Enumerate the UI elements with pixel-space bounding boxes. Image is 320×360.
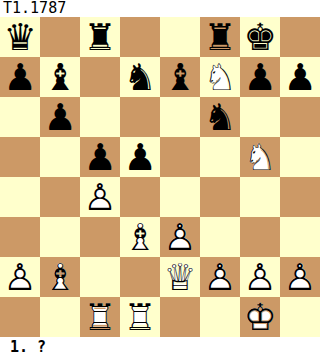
piece-black-bishop: ♝ bbox=[40, 57, 80, 97]
tactics-trainer-window: T1.1787 ♛♜♜♚♟♝♞♝♞♘♟♟♟♞♟♟♞♘♟♙♝♗♟♙♟♙♝♗♛♕♟♙… bbox=[0, 0, 320, 360]
piece-white-pawn: ♟♙ bbox=[280, 257, 320, 297]
square-f2[interactable]: ♟♙ bbox=[200, 257, 240, 297]
piece-white-knight: ♞♘ bbox=[240, 137, 280, 177]
square-d3[interactable]: ♝♗ bbox=[120, 217, 160, 257]
piece-outline: ♕ bbox=[160, 257, 200, 297]
piece-black-king: ♚ bbox=[240, 17, 280, 57]
piece-black-pawn: ♟ bbox=[40, 97, 80, 137]
square-h1[interactable] bbox=[280, 297, 320, 337]
square-b3[interactable] bbox=[40, 217, 80, 257]
square-a4[interactable] bbox=[0, 177, 40, 217]
piece-black-pawn: ♟ bbox=[80, 137, 120, 177]
square-a1[interactable] bbox=[0, 297, 40, 337]
square-c5[interactable]: ♟ bbox=[80, 137, 120, 177]
square-c7[interactable] bbox=[80, 57, 120, 97]
square-b8[interactable] bbox=[40, 17, 80, 57]
square-c3[interactable] bbox=[80, 217, 120, 257]
square-c4[interactable]: ♟♙ bbox=[80, 177, 120, 217]
piece-outline: ♙ bbox=[160, 217, 200, 257]
square-g1[interactable]: ♚♔ bbox=[240, 297, 280, 337]
square-e2[interactable]: ♛♕ bbox=[160, 257, 200, 297]
piece-outline: ♘ bbox=[200, 57, 240, 97]
problem-id-label: T1.1787 bbox=[0, 0, 320, 17]
piece-black-rook: ♜ bbox=[80, 17, 120, 57]
square-g8[interactable]: ♚ bbox=[240, 17, 280, 57]
square-e8[interactable] bbox=[160, 17, 200, 57]
piece-black-knight: ♞ bbox=[200, 97, 240, 137]
square-g6[interactable] bbox=[240, 97, 280, 137]
square-f8[interactable]: ♜ bbox=[200, 17, 240, 57]
piece-black-rook: ♜ bbox=[200, 17, 240, 57]
piece-white-knight: ♞♘ bbox=[200, 57, 240, 97]
piece-white-pawn: ♟♙ bbox=[240, 257, 280, 297]
piece-black-pawn: ♟ bbox=[240, 57, 280, 97]
square-d7[interactable]: ♞ bbox=[120, 57, 160, 97]
square-a6[interactable] bbox=[0, 97, 40, 137]
square-a5[interactable] bbox=[0, 137, 40, 177]
piece-white-pawn: ♟♙ bbox=[160, 217, 200, 257]
square-g3[interactable] bbox=[240, 217, 280, 257]
square-e4[interactable] bbox=[160, 177, 200, 217]
square-f6[interactable]: ♞ bbox=[200, 97, 240, 137]
square-h8[interactable] bbox=[280, 17, 320, 57]
piece-black-bishop: ♝ bbox=[160, 57, 200, 97]
square-b4[interactable] bbox=[40, 177, 80, 217]
piece-white-rook: ♜♖ bbox=[120, 297, 160, 337]
square-g2[interactable]: ♟♙ bbox=[240, 257, 280, 297]
piece-white-pawn: ♟♙ bbox=[200, 257, 240, 297]
square-b1[interactable] bbox=[40, 297, 80, 337]
square-b2[interactable]: ♝♗ bbox=[40, 257, 80, 297]
piece-outline: ♖ bbox=[120, 297, 160, 337]
square-b7[interactable]: ♝ bbox=[40, 57, 80, 97]
square-e5[interactable] bbox=[160, 137, 200, 177]
square-e6[interactable] bbox=[160, 97, 200, 137]
square-h3[interactable] bbox=[280, 217, 320, 257]
square-c8[interactable]: ♜ bbox=[80, 17, 120, 57]
square-c6[interactable] bbox=[80, 97, 120, 137]
square-f3[interactable] bbox=[200, 217, 240, 257]
piece-outline: ♙ bbox=[80, 177, 120, 217]
square-e3[interactable]: ♟♙ bbox=[160, 217, 200, 257]
square-g7[interactable]: ♟ bbox=[240, 57, 280, 97]
square-f4[interactable] bbox=[200, 177, 240, 217]
piece-outline: ♗ bbox=[120, 217, 160, 257]
piece-black-pawn: ♟ bbox=[0, 57, 40, 97]
square-a8[interactable]: ♛ bbox=[0, 17, 40, 57]
square-h2[interactable]: ♟♙ bbox=[280, 257, 320, 297]
piece-black-queen: ♛ bbox=[0, 17, 40, 57]
square-f1[interactable] bbox=[200, 297, 240, 337]
piece-outline: ♙ bbox=[280, 257, 320, 297]
square-b6[interactable]: ♟ bbox=[40, 97, 80, 137]
square-d2[interactable] bbox=[120, 257, 160, 297]
square-g4[interactable] bbox=[240, 177, 280, 217]
square-d6[interactable] bbox=[120, 97, 160, 137]
piece-outline: ♙ bbox=[200, 257, 240, 297]
chess-board: ♛♜♜♚♟♝♞♝♞♘♟♟♟♞♟♟♞♘♟♙♝♗♟♙♟♙♝♗♛♕♟♙♟♙♟♙♜♖♜♖… bbox=[0, 17, 320, 337]
piece-outline: ♙ bbox=[240, 257, 280, 297]
square-c1[interactable]: ♜♖ bbox=[80, 297, 120, 337]
square-f7[interactable]: ♞♘ bbox=[200, 57, 240, 97]
square-b5[interactable] bbox=[40, 137, 80, 177]
square-h5[interactable] bbox=[280, 137, 320, 177]
square-g5[interactable]: ♞♘ bbox=[240, 137, 280, 177]
square-d8[interactable] bbox=[120, 17, 160, 57]
piece-white-bishop: ♝♗ bbox=[120, 217, 160, 257]
square-h6[interactable] bbox=[280, 97, 320, 137]
square-a7[interactable]: ♟ bbox=[0, 57, 40, 97]
square-a3[interactable] bbox=[0, 217, 40, 257]
piece-white-king: ♚♔ bbox=[240, 297, 280, 337]
piece-white-queen: ♛♕ bbox=[160, 257, 200, 297]
piece-white-rook: ♜♖ bbox=[80, 297, 120, 337]
move-prompt-label: 1. ? bbox=[0, 337, 320, 360]
piece-black-knight: ♞ bbox=[120, 57, 160, 97]
square-h4[interactable] bbox=[280, 177, 320, 217]
square-f5[interactable] bbox=[200, 137, 240, 177]
square-d1[interactable]: ♜♖ bbox=[120, 297, 160, 337]
piece-white-bishop: ♝♗ bbox=[40, 257, 80, 297]
square-h7[interactable]: ♟ bbox=[280, 57, 320, 97]
piece-outline: ♘ bbox=[240, 137, 280, 177]
square-e1[interactable] bbox=[160, 297, 200, 337]
square-c2[interactable] bbox=[80, 257, 120, 297]
square-a2[interactable]: ♟♙ bbox=[0, 257, 40, 297]
piece-white-pawn: ♟♙ bbox=[80, 177, 120, 217]
piece-black-pawn: ♟ bbox=[280, 57, 320, 97]
piece-outline: ♔ bbox=[240, 297, 280, 337]
square-d5[interactable]: ♟ bbox=[120, 137, 160, 177]
square-e7[interactable]: ♝ bbox=[160, 57, 200, 97]
piece-white-pawn: ♟♙ bbox=[0, 257, 40, 297]
piece-outline: ♖ bbox=[80, 297, 120, 337]
piece-black-pawn: ♟ bbox=[120, 137, 160, 177]
square-d4[interactable] bbox=[120, 177, 160, 217]
piece-outline: ♗ bbox=[40, 257, 80, 297]
piece-outline: ♙ bbox=[0, 257, 40, 297]
